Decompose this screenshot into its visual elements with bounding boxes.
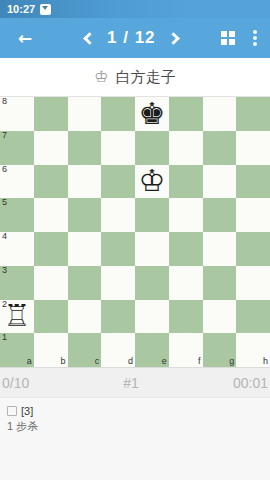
app-screen: 10:27 ← 1 / 12 ♔ 白方走子 8♚76♔5432♖1abcdefg… <box>0 0 270 480</box>
white-rook[interactable]: ♖ <box>3 301 30 331</box>
square-g5[interactable] <box>203 198 237 232</box>
square-d2[interactable] <box>101 300 135 334</box>
next-puzzle-button[interactable] <box>167 32 180 45</box>
file-label-c: c <box>95 357 100 367</box>
square-d7[interactable] <box>101 131 135 165</box>
square-g8[interactable] <box>203 97 237 131</box>
square-f6[interactable] <box>169 165 203 199</box>
square-a7[interactable]: 7 <box>0 131 34 165</box>
square-h1[interactable]: h <box>236 333 270 367</box>
square-a2[interactable]: 2♖ <box>0 300 34 334</box>
square-e4[interactable] <box>135 232 169 266</box>
puzzle-list-button[interactable] <box>221 31 235 45</box>
square-b1[interactable]: b <box>34 333 68 367</box>
square-h3[interactable] <box>236 266 270 300</box>
square-h5[interactable] <box>236 198 270 232</box>
square-d6[interactable] <box>101 165 135 199</box>
square-f2[interactable] <box>169 300 203 334</box>
square-h2[interactable] <box>236 300 270 334</box>
square-f1[interactable]: f <box>169 333 203 367</box>
square-f5[interactable] <box>169 198 203 232</box>
clock: 10:27 <box>7 3 35 15</box>
square-e3[interactable] <box>135 266 169 300</box>
file-label-h: h <box>263 357 268 367</box>
square-g1[interactable]: g <box>203 333 237 367</box>
envelope-icon <box>40 4 51 15</box>
back-button[interactable]: ← <box>13 26 37 50</box>
chess-board[interactable]: 8♚76♔5432♖1abcdefgh <box>0 97 270 367</box>
prev-puzzle-button[interactable] <box>83 32 96 45</box>
square-e1[interactable]: e <box>135 333 169 367</box>
black-king[interactable]: ♚ <box>138 99 165 129</box>
square-b5[interactable] <box>34 198 68 232</box>
square-a8[interactable]: 8 <box>0 97 34 131</box>
checkbox-row: [3] <box>7 405 263 417</box>
square-a3[interactable]: 3 <box>0 266 34 300</box>
score-counter: 0/10 <box>2 375 29 391</box>
checkbox-label: [3] <box>21 405 33 417</box>
checkbox[interactable] <box>7 406 17 416</box>
square-g3[interactable] <box>203 266 237 300</box>
white-king[interactable]: ♔ <box>138 166 165 196</box>
rank-label-5: 5 <box>2 198 7 208</box>
file-label-b: b <box>60 357 65 367</box>
file-label-g: g <box>229 357 234 367</box>
square-a5[interactable]: 5 <box>0 198 34 232</box>
puzzle-navigator: 1 / 12 <box>85 18 178 58</box>
square-c2[interactable] <box>68 300 102 334</box>
square-f8[interactable] <box>169 97 203 131</box>
square-b8[interactable] <box>34 97 68 131</box>
square-h6[interactable] <box>236 165 270 199</box>
rank-label-3: 3 <box>2 266 7 276</box>
turn-indicator: ♔ 白方走子 <box>0 58 270 97</box>
square-a4[interactable]: 4 <box>0 232 34 266</box>
file-label-a: a <box>27 357 32 367</box>
square-d3[interactable] <box>101 266 135 300</box>
square-e6[interactable]: ♔ <box>135 165 169 199</box>
square-a1[interactable]: 1a <box>0 333 34 367</box>
square-h7[interactable] <box>236 131 270 165</box>
square-e5[interactable] <box>135 198 169 232</box>
square-e7[interactable] <box>135 131 169 165</box>
rank-label-7: 7 <box>2 131 7 141</box>
square-c3[interactable] <box>68 266 102 300</box>
square-g7[interactable] <box>203 131 237 165</box>
square-f4[interactable] <box>169 232 203 266</box>
square-d1[interactable]: d <box>101 333 135 367</box>
square-c5[interactable] <box>68 198 102 232</box>
score-bar: 0/10 #1 00:01 <box>0 367 270 398</box>
puzzle-number: #1 <box>123 375 139 391</box>
task-text: 1 步杀 <box>7 419 263 434</box>
square-c4[interactable] <box>68 232 102 266</box>
status-bar: 10:27 <box>0 0 270 18</box>
square-b4[interactable] <box>34 232 68 266</box>
square-e8[interactable]: ♚ <box>135 97 169 131</box>
square-b3[interactable] <box>34 266 68 300</box>
square-h4[interactable] <box>236 232 270 266</box>
square-a6[interactable]: 6 <box>0 165 34 199</box>
square-b2[interactable] <box>34 300 68 334</box>
square-b6[interactable] <box>34 165 68 199</box>
square-d8[interactable] <box>101 97 135 131</box>
rank-label-4: 4 <box>2 232 7 242</box>
square-g6[interactable] <box>203 165 237 199</box>
square-f7[interactable] <box>169 131 203 165</box>
square-e2[interactable] <box>135 300 169 334</box>
rank-label-8: 8 <box>2 97 7 107</box>
file-label-d: d <box>128 357 133 367</box>
square-c6[interactable] <box>68 165 102 199</box>
back-arrow-icon: ← <box>18 30 32 47</box>
file-label-f: f <box>198 357 201 367</box>
timer: 00:01 <box>233 375 268 391</box>
square-g2[interactable] <box>203 300 237 334</box>
rank-label-1: 1 <box>2 333 7 343</box>
square-d4[interactable] <box>101 232 135 266</box>
file-label-e: e <box>162 357 167 367</box>
square-c8[interactable] <box>68 97 102 131</box>
square-b7[interactable] <box>34 131 68 165</box>
toolbar: ← 1 / 12 <box>0 18 270 58</box>
white-king-icon: ♔ <box>94 69 108 85</box>
turn-text: 白方走子 <box>116 68 176 87</box>
square-d5[interactable] <box>101 198 135 232</box>
toolbar-right-icons <box>221 31 270 45</box>
puzzle-counter: 1 / 12 <box>107 28 156 48</box>
square-h8[interactable] <box>236 97 270 131</box>
square-c1[interactable]: c <box>68 333 102 367</box>
rank-label-6: 6 <box>2 165 7 175</box>
square-f3[interactable] <box>169 266 203 300</box>
task-panel: [3] 1 步杀 <box>0 398 270 480</box>
square-c7[interactable] <box>68 131 102 165</box>
overflow-menu-button[interactable] <box>253 36 257 40</box>
square-g4[interactable] <box>203 232 237 266</box>
